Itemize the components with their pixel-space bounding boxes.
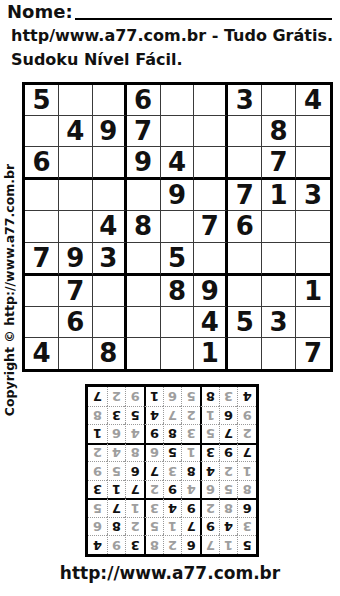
puzzle-cell-r1c4: 6 [127,85,161,116]
puzzle-cell-r2c9[interactable] [296,116,330,147]
solution-cell-r8c1: 9 [237,406,256,425]
puzzle-cell-r4c6[interactable] [194,180,228,211]
puzzle-cell-r7c7[interactable] [228,276,262,307]
puzzle-cell-r8c7: 5 [228,307,262,338]
solution-cell-r8c3: 1 [200,406,219,425]
puzzle-cell-r6c4[interactable] [127,243,161,276]
solution-cell-r3c4: 9 [181,498,200,517]
puzzle-cell-r8c6: 4 [194,307,228,338]
puzzle-cell-r8c3[interactable] [93,307,127,338]
solution-cell-r7c8: 6 [107,424,126,443]
sudoku-solution-grid-rotated: 5176283943497152866829431758564927131248… [85,384,259,557]
solution-cell-r1c6: 8 [144,535,163,554]
solution-cell-r7c1: 2 [237,424,256,443]
solution-cell-r3c9: 5 [88,498,107,517]
solution-cell-r4c7: 7 [125,480,144,499]
solution-cell-r9c9: 7 [88,387,107,406]
footer-url: http://www.a77.com.br [0,563,340,583]
puzzle-cell-r1c1: 5 [25,85,59,116]
puzzle-cell-r5c7: 6 [228,211,262,242]
puzzle-cell-r2c8: 8 [262,116,296,147]
puzzle-cell-r6c1: 7 [25,243,59,276]
puzzle-cell-r9c2[interactable] [59,338,93,369]
solution-cell-r8c5: 7 [163,406,182,425]
puzzle-cell-r6c7[interactable] [228,243,262,276]
solution-cell-r1c1: 5 [237,535,256,554]
puzzle-cell-r3c7[interactable] [228,147,262,180]
sudoku-puzzle-grid: 563449786947971348767935789164534817 [22,82,333,372]
solution-cell-r9c3: 8 [200,387,219,406]
name-underline [75,2,332,20]
puzzle-cell-r2c4: 7 [127,116,161,147]
puzzle-cell-r8c2: 6 [59,307,93,338]
puzzle-cell-r4c2[interactable] [59,180,93,211]
puzzle-cell-r4c7: 7 [228,180,262,211]
solution-cell-r6c7: 8 [125,443,144,462]
solution-cell-r4c6: 2 [144,480,163,499]
puzzle-cell-r2c5[interactable] [161,116,195,147]
solution-cell-r7c3: 5 [200,424,219,443]
solution-cell-r2c6: 5 [144,517,163,536]
puzzle-cell-r4c1[interactable] [25,180,59,211]
solution-cell-r6c6: 6 [144,443,163,462]
solution-cell-r5c4: 8 [181,461,200,480]
solution-cell-r9c2: 3 [219,387,238,406]
solution-cell-r1c2: 1 [219,535,238,554]
puzzle-cell-r4c9: 3 [296,180,330,211]
puzzle-cell-r6c8[interactable] [262,243,296,276]
puzzle-cell-r8c9[interactable] [296,307,330,338]
solution-cell-r8c2: 6 [219,406,238,425]
solution-cell-r2c8: 8 [107,517,126,536]
solution-cell-r5c7: 6 [125,461,144,480]
puzzle-cell-r1c3[interactable] [93,85,127,116]
puzzle-cell-r7c3[interactable] [93,276,127,307]
solution-cell-r5c3: 4 [200,461,219,480]
solution-cell-r7c7: 4 [125,424,144,443]
name-label: Nome: [7,2,73,22]
puzzle-cell-r5c1[interactable] [25,211,59,242]
name-row: Nome: [7,2,332,22]
puzzle-cell-r8c4[interactable] [127,307,161,338]
solution-cell-r4c8: 1 [107,480,126,499]
puzzle-cell-r8c1[interactable] [25,307,59,338]
solution-cell-r6c1: 7 [237,443,256,462]
puzzle-cell-r5c8[interactable] [262,211,296,242]
solution-cell-r8c9: 8 [88,406,107,425]
puzzle-cell-r3c8: 7 [262,147,296,180]
puzzle-cell-r1c6[interactable] [194,85,228,116]
solution-cell-r1c8: 9 [107,535,126,554]
solution-cell-r3c7: 1 [125,498,144,517]
puzzle-cell-r9c3: 8 [93,338,127,369]
puzzle-cell-r6c9[interactable] [296,243,330,276]
puzzle-cell-r1c9: 4 [296,85,330,116]
solution-cell-r2c3: 9 [200,517,219,536]
solution-cell-r3c5: 4 [163,498,182,517]
solution-cell-r6c2: 9 [219,443,238,462]
puzzle-cell-r7c6: 9 [194,276,228,307]
solution-cell-r1c7: 3 [125,535,144,554]
solution-cell-r3c3: 2 [200,498,219,517]
puzzle-cell-r7c1[interactable] [25,276,59,307]
solution-cell-r6c4: 1 [181,443,200,462]
copyright-vertical-text: Copyright © http://www.a77.com.br [2,140,20,440]
puzzle-cell-r6c6[interactable] [194,243,228,276]
solution-cell-r7c2: 7 [219,424,238,443]
solution-cell-r7c9: 1 [88,424,107,443]
puzzle-cell-r5c5[interactable] [161,211,195,242]
solution-cell-r3c6: 3 [144,498,163,517]
puzzle-cell-r4c3[interactable] [93,180,127,211]
solution-cell-r9c1: 4 [237,387,256,406]
puzzle-cell-r9c9: 7 [296,338,330,369]
solution-cell-r9c5: 6 [163,387,182,406]
puzzle-cell-r5c2[interactable] [59,211,93,242]
solution-cell-r6c5: 5 [163,443,182,462]
solution-cell-r6c8: 4 [107,443,126,462]
puzzle-cell-r1c7: 3 [228,85,262,116]
puzzle-cell-r6c5: 5 [161,243,195,276]
solution-cell-r9c4: 5 [181,387,200,406]
puzzle-cell-r2c2: 4 [59,116,93,147]
solution-cell-r5c2: 2 [219,461,238,480]
solution-cell-r7c6: 9 [144,424,163,443]
puzzle-cell-r3c3[interactable] [93,147,127,180]
solution-cell-r4c9: 3 [88,480,107,499]
puzzle-cell-r9c7[interactable] [228,338,262,369]
solution-cell-r5c8: 5 [107,461,126,480]
solution-cell-r4c3: 6 [200,480,219,499]
solution-cell-r4c1: 8 [237,480,256,499]
solution-cell-r5c6: 7 [144,461,163,480]
solution-cell-r8c6: 4 [144,406,163,425]
solution-cell-r6c3: 3 [200,443,219,462]
solution-cell-r4c4: 4 [181,480,200,499]
solution-cell-r1c9: 4 [88,535,107,554]
solution-cell-r9c6: 1 [144,387,163,406]
solution-cell-r5c9: 9 [88,461,107,480]
puzzle-cell-r4c8: 1 [262,180,296,211]
puzzle-cell-r2c6[interactable] [194,116,228,147]
solution-cell-r9c8: 2 [107,387,126,406]
puzzle-cell-r9c1: 4 [25,338,59,369]
puzzle-cell-r9c5[interactable] [161,338,195,369]
solution-cell-r5c5: 3 [163,461,182,480]
puzzle-cell-r8c5[interactable] [161,307,195,338]
solution-cell-r2c9: 6 [88,517,107,536]
solution-cell-r7c4: 3 [181,424,200,443]
solution-cell-r8c4: 2 [181,406,200,425]
solution-cell-r7c5: 8 [163,424,182,443]
puzzle-cell-r3c2[interactable] [59,147,93,180]
solution-cell-r1c3: 7 [200,535,219,554]
solution-cell-r2c7: 2 [125,517,144,536]
solution-cell-r2c2: 4 [219,517,238,536]
solution-cell-r3c2: 8 [219,498,238,517]
puzzle-cell-r1c2[interactable] [59,85,93,116]
site-tagline: http/www.a77.com.br - Tudo Grátis. [11,26,333,45]
puzzle-cell-r9c8[interactable] [262,338,296,369]
puzzle-cell-r5c9[interactable] [296,211,330,242]
puzzle-cell-r5c3: 4 [93,211,127,242]
puzzle-cell-r3c1: 6 [25,147,59,180]
solution-cell-r6c9: 2 [88,443,107,462]
puzzle-cell-r1c5[interactable] [161,85,195,116]
solution-cell-r3c1: 6 [237,498,256,517]
puzzle-cell-r7c5: 8 [161,276,195,307]
puzzle-cell-r9c6: 1 [194,338,228,369]
puzzle-cell-r3c6[interactable] [194,147,228,180]
printable-sudoku-page: Nome: http/www.a77.com.br - Tudo Grátis.… [0,0,340,596]
puzzle-cell-r5c4: 8 [127,211,161,242]
puzzle-cell-r7c4[interactable] [127,276,161,307]
puzzle-cell-r3c4: 9 [127,147,161,180]
puzzle-cell-r3c5: 4 [161,147,195,180]
puzzle-cell-r5c6: 7 [194,211,228,242]
solution-cell-r4c2: 5 [219,480,238,499]
solution-cell-r2c4: 7 [181,517,200,536]
puzzle-cell-r8c8: 3 [262,307,296,338]
solution-cell-r1c4: 6 [181,535,200,554]
puzzle-title: Sudoku Nível Fácil. [11,50,183,69]
solution-cell-r8c8: 3 [107,406,126,425]
solution-cell-r9c7: 9 [125,387,144,406]
puzzle-cell-r1c8[interactable] [262,85,296,116]
solution-cell-r2c5: 1 [163,517,182,536]
puzzle-cell-r7c8[interactable] [262,276,296,307]
puzzle-cell-r6c3: 3 [93,243,127,276]
puzzle-cell-r7c2: 7 [59,276,93,307]
puzzle-cell-r7c9: 1 [296,276,330,307]
puzzle-cell-r2c7[interactable] [228,116,262,147]
puzzle-cell-r9c4[interactable] [127,338,161,369]
solution-cell-r2c1: 3 [237,517,256,536]
puzzle-cell-r4c5: 9 [161,180,195,211]
solution-cell-r1c5: 2 [163,535,182,554]
solution-cell-r5c1: 1 [237,461,256,480]
solution-cell-r4c5: 9 [163,480,182,499]
puzzle-cell-r4c4[interactable] [127,180,161,211]
puzzle-cell-r6c2: 9 [59,243,93,276]
solution-cell-r3c8: 7 [107,498,126,517]
puzzle-cell-r2c3: 9 [93,116,127,147]
puzzle-cell-r3c9[interactable] [296,147,330,180]
puzzle-cell-r2c1[interactable] [25,116,59,147]
solution-cell-r8c7: 5 [125,406,144,425]
